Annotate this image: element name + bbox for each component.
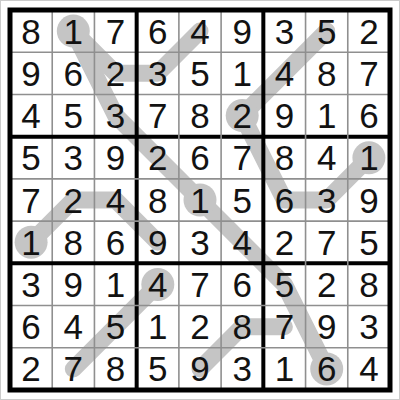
cell-r6c8: 7 — [317, 223, 336, 262]
cell-r8c4: 1 — [148, 307, 167, 346]
cell-r4c5: 6 — [190, 138, 209, 177]
cell-r4c8: 4 — [317, 138, 336, 177]
cell-r3c6: 2 — [232, 96, 251, 135]
cell-r7c7: 5 — [275, 265, 294, 304]
cell-r3c4: 7 — [148, 96, 167, 135]
cell-r3c7: 9 — [275, 96, 294, 135]
cell-r9c5: 9 — [190, 349, 209, 388]
cell-r6c5: 3 — [190, 223, 209, 262]
cell-r9c9: 4 — [359, 349, 378, 388]
cell-r2c2: 6 — [64, 54, 83, 93]
cell-r4c7: 8 — [275, 138, 294, 177]
cell-digits-layer: 8176493529623514874537829165392678417248… — [21, 12, 378, 389]
cell-r7c6: 6 — [232, 265, 251, 304]
cell-r8c1: 6 — [21, 307, 40, 346]
cell-r7c2: 9 — [64, 265, 83, 304]
cell-r2c8: 8 — [317, 54, 336, 93]
sudoku-puzzle-image: 8176493529623514874537829165392678417248… — [0, 0, 400, 400]
cell-r5c9: 9 — [359, 181, 378, 220]
cell-r8c2: 4 — [64, 307, 83, 346]
cell-r4c4: 2 — [148, 138, 167, 177]
cell-r2c1: 9 — [21, 54, 40, 93]
cell-r3c1: 4 — [21, 96, 40, 135]
cell-r9c6: 3 — [232, 349, 251, 388]
cell-r2c6: 1 — [232, 54, 251, 93]
cell-r6c1: 1 — [21, 223, 40, 262]
cell-r8c9: 3 — [359, 307, 378, 346]
cell-r2c9: 7 — [359, 54, 378, 93]
cell-r5c4: 8 — [148, 181, 167, 220]
cell-r3c9: 6 — [359, 96, 378, 135]
cell-r2c5: 5 — [190, 54, 209, 93]
cell-r1c2: 1 — [64, 12, 83, 51]
cell-r3c5: 8 — [190, 96, 209, 135]
cell-r8c6: 8 — [232, 307, 251, 346]
cell-r9c3: 8 — [106, 349, 125, 388]
cell-r5c2: 2 — [64, 181, 83, 220]
cell-r6c4: 9 — [148, 223, 167, 262]
cell-r7c3: 1 — [106, 265, 125, 304]
cell-r8c8: 9 — [317, 307, 336, 346]
cell-r7c8: 2 — [317, 265, 336, 304]
cell-r4c9: 1 — [359, 138, 378, 177]
cell-r5c3: 4 — [106, 181, 125, 220]
cell-r5c6: 5 — [232, 181, 251, 220]
cell-r2c7: 4 — [275, 54, 294, 93]
cell-r9c8: 6 — [317, 349, 336, 388]
cell-r6c9: 5 — [359, 223, 378, 262]
cell-r9c7: 1 — [275, 349, 294, 388]
cell-r4c3: 9 — [106, 138, 125, 177]
cell-r9c1: 2 — [21, 349, 40, 388]
cell-r7c9: 8 — [359, 265, 378, 304]
cell-r7c1: 3 — [21, 265, 40, 304]
cell-r4c2: 3 — [64, 138, 83, 177]
cell-r5c8: 3 — [317, 181, 336, 220]
cell-r1c6: 9 — [232, 12, 251, 51]
cell-r6c3: 6 — [106, 223, 125, 262]
cell-r1c4: 6 — [148, 12, 167, 51]
cell-r9c2: 7 — [64, 349, 83, 388]
cell-r3c2: 5 — [64, 96, 83, 135]
cell-r4c6: 7 — [232, 138, 251, 177]
sudoku-board: 8176493529623514874537829165392678417248… — [1, 1, 399, 399]
cell-r1c8: 5 — [317, 12, 336, 51]
cell-r3c3: 3 — [106, 96, 125, 135]
cell-r1c9: 2 — [359, 12, 378, 51]
cell-r8c7: 7 — [275, 307, 294, 346]
cell-r5c7: 6 — [275, 181, 294, 220]
cell-r5c5: 1 — [190, 181, 209, 220]
cell-r1c3: 7 — [106, 12, 125, 51]
cell-r9c4: 5 — [148, 349, 167, 388]
cell-r1c5: 4 — [190, 12, 209, 51]
cell-r7c4: 4 — [148, 265, 167, 304]
cell-r7c5: 7 — [190, 265, 209, 304]
cell-r4c1: 5 — [21, 138, 40, 177]
cell-r5c1: 7 — [21, 181, 40, 220]
cell-r3c8: 1 — [317, 96, 336, 135]
cell-r6c7: 2 — [275, 223, 294, 262]
cell-r2c4: 3 — [148, 54, 167, 93]
cell-r8c5: 2 — [190, 307, 209, 346]
cell-r1c7: 3 — [275, 12, 294, 51]
cell-r2c3: 2 — [106, 54, 125, 93]
cell-r1c1: 8 — [21, 12, 40, 51]
cell-r6c2: 8 — [64, 223, 83, 262]
cell-r6c6: 4 — [232, 223, 251, 262]
cell-r8c3: 5 — [106, 307, 125, 346]
